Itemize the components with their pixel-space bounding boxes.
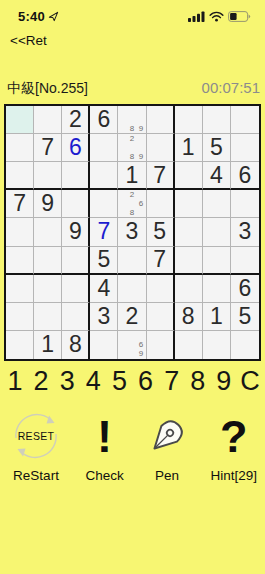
question-icon: ? bbox=[220, 414, 248, 459]
key-5[interactable]: 5 bbox=[106, 361, 132, 401]
status-time: 5:40 bbox=[18, 9, 45, 24]
cell-r2c3[interactable]: 6 bbox=[62, 134, 90, 162]
cell-r5c9[interactable]: 3 bbox=[231, 218, 259, 246]
cell-r6c8[interactable] bbox=[203, 247, 231, 275]
cell-r4c4[interactable] bbox=[90, 190, 118, 218]
cell-r9c8[interactable] bbox=[203, 331, 231, 359]
cell-r8c8[interactable]: 1 bbox=[203, 303, 231, 331]
cell-r5c3[interactable]: 9 bbox=[62, 218, 90, 246]
key-6[interactable]: 6 bbox=[133, 361, 159, 401]
toolbar: RESET ReStart ! Check Pen ? Hint[29] bbox=[8, 407, 257, 491]
user-digit: 7 bbox=[97, 220, 110, 243]
cell-r9c1[interactable] bbox=[6, 331, 34, 359]
cell-r1c6[interactable] bbox=[147, 106, 175, 134]
cell-r7c7[interactable] bbox=[175, 275, 203, 303]
pen-label: Pen bbox=[155, 468, 179, 483]
check-label: Check bbox=[85, 468, 123, 483]
given-digit: 8 bbox=[182, 305, 195, 328]
cell-r6c2[interactable] bbox=[34, 247, 62, 275]
cell-r6c4[interactable]: 5 bbox=[90, 247, 118, 275]
given-digit: 5 bbox=[97, 248, 110, 271]
given-digit: 6 bbox=[97, 108, 110, 131]
cell-r8c2[interactable] bbox=[34, 303, 62, 331]
given-digit: 5 bbox=[239, 305, 252, 328]
cell-r8c3[interactable] bbox=[62, 303, 90, 331]
cell-r6c7[interactable] bbox=[175, 247, 203, 275]
cell-r6c5[interactable] bbox=[118, 247, 146, 275]
cell-r7c5[interactable] bbox=[118, 275, 146, 303]
cell-r1c9[interactable] bbox=[231, 106, 259, 134]
given-digit: 9 bbox=[41, 192, 54, 215]
given-digit: 4 bbox=[97, 277, 110, 300]
cell-r3c4[interactable] bbox=[90, 162, 118, 190]
cell-r2c6[interactable] bbox=[147, 134, 175, 162]
cell-r5c7[interactable] bbox=[175, 218, 203, 246]
cell-r9c5[interactable]: 69 bbox=[118, 331, 146, 359]
exclamation-icon: ! bbox=[97, 414, 112, 459]
cell-r7c1[interactable] bbox=[6, 275, 34, 303]
cell-r2c7[interactable]: 1 bbox=[175, 134, 203, 162]
cell-r2c1[interactable] bbox=[6, 134, 34, 162]
given-digit: 7 bbox=[153, 164, 166, 187]
cell-r4c8[interactable] bbox=[203, 190, 231, 218]
cell-r1c1[interactable] bbox=[6, 106, 34, 134]
cell-r1c3[interactable]: 2 bbox=[62, 106, 90, 134]
given-digit: 2 bbox=[69, 108, 82, 131]
cell-r6c1[interactable] bbox=[6, 247, 34, 275]
timer: 00:07:51 bbox=[202, 79, 260, 96]
cellular-signal-icon bbox=[188, 11, 205, 22]
key-2[interactable]: 2 bbox=[28, 361, 54, 401]
pencil-marks: 268 bbox=[118, 190, 145, 217]
cell-r3c2[interactable] bbox=[34, 162, 62, 190]
check-button[interactable]: ! Check bbox=[85, 407, 123, 491]
cell-r7c9[interactable]: 6 bbox=[231, 275, 259, 303]
given-digit: 1 bbox=[41, 333, 54, 356]
cell-r2c4[interactable] bbox=[90, 134, 118, 162]
cell-r5c8[interactable] bbox=[203, 218, 231, 246]
given-digit: 6 bbox=[239, 164, 252, 187]
pen-button[interactable]: Pen bbox=[145, 407, 189, 491]
cell-r7c6[interactable] bbox=[147, 275, 175, 303]
cell-r2c8[interactable]: 5 bbox=[203, 134, 231, 162]
cell-r9c9[interactable] bbox=[231, 331, 259, 359]
cell-r1c5[interactable]: 89 bbox=[118, 106, 146, 134]
cell-r8c1[interactable] bbox=[6, 303, 34, 331]
cell-r8c4[interactable]: 3 bbox=[90, 303, 118, 331]
status-bar: 5:40 bbox=[0, 6, 265, 26]
cell-r2c5[interactable]: 289 bbox=[118, 134, 146, 162]
given-digit: 5 bbox=[210, 136, 223, 159]
header: 中級[No.255] 00:07:51 bbox=[7, 79, 260, 98]
cell-r1c8[interactable] bbox=[203, 106, 231, 134]
cell-r7c2[interactable] bbox=[34, 275, 62, 303]
cell-r7c3[interactable] bbox=[62, 275, 90, 303]
given-digit: 3 bbox=[97, 305, 110, 328]
cell-r9c4[interactable] bbox=[90, 331, 118, 359]
cell-r1c7[interactable] bbox=[175, 106, 203, 134]
cell-r6c6[interactable]: 7 bbox=[147, 247, 175, 275]
location-arrow-icon bbox=[48, 11, 59, 22]
puzzle-title: 中級[No.255] bbox=[7, 80, 88, 98]
given-digit: 7 bbox=[13, 192, 26, 215]
cell-r9c3[interactable]: 8 bbox=[62, 331, 90, 359]
cell-r9c2[interactable]: 1 bbox=[34, 331, 62, 359]
given-digit: 5 bbox=[153, 220, 166, 243]
cell-r5c6[interactable]: 5 bbox=[147, 218, 175, 246]
key-C[interactable]: C bbox=[237, 361, 263, 401]
cell-r3c3[interactable] bbox=[62, 162, 90, 190]
cell-r4c9[interactable] bbox=[231, 190, 259, 218]
cell-r8c7[interactable]: 8 bbox=[175, 303, 203, 331]
key-7[interactable]: 7 bbox=[159, 361, 185, 401]
hint-label: Hint[29] bbox=[210, 468, 257, 483]
cell-r8c6[interactable] bbox=[147, 303, 175, 331]
cell-r5c4[interactable]: 7 bbox=[90, 218, 118, 246]
sudoku-board: 26897628915174679268973535746328151869 bbox=[4, 104, 261, 361]
cell-r4c3[interactable] bbox=[62, 190, 90, 218]
cell-r8c5[interactable]: 2 bbox=[118, 303, 146, 331]
cell-r3c5[interactable]: 1 bbox=[118, 162, 146, 190]
cell-r1c2[interactable] bbox=[34, 106, 62, 134]
cell-r3c6[interactable]: 7 bbox=[147, 162, 175, 190]
cell-r7c4[interactable]: 4 bbox=[90, 275, 118, 303]
cell-r2c9[interactable] bbox=[231, 134, 259, 162]
key-4[interactable]: 4 bbox=[80, 361, 106, 401]
given-digit: 9 bbox=[69, 220, 82, 243]
restart-button[interactable]: RESET ReStart bbox=[8, 407, 64, 491]
cell-r5c5[interactable]: 3 bbox=[118, 218, 146, 246]
cell-r2c2[interactable]: 7 bbox=[34, 134, 62, 162]
cell-r5c1[interactable] bbox=[6, 218, 34, 246]
cell-r4c7[interactable] bbox=[175, 190, 203, 218]
key-1[interactable]: 1 bbox=[2, 361, 28, 401]
cell-r4c1[interactable]: 7 bbox=[6, 190, 34, 218]
cell-r9c6[interactable] bbox=[147, 331, 175, 359]
key-8[interactable]: 8 bbox=[185, 361, 211, 401]
cell-r4c5[interactable]: 268 bbox=[118, 190, 146, 218]
cell-r3c1[interactable] bbox=[6, 162, 34, 190]
pencil-marks: 289 bbox=[118, 134, 145, 161]
number-keypad: 123456789C bbox=[0, 361, 265, 401]
cell-r3c9[interactable]: 6 bbox=[231, 162, 259, 190]
cell-r4c2[interactable]: 9 bbox=[34, 190, 62, 218]
cell-r8c9[interactable]: 5 bbox=[231, 303, 259, 331]
given-digit: 4 bbox=[210, 164, 223, 187]
given-digit: 7 bbox=[153, 248, 166, 271]
user-digit: 6 bbox=[69, 136, 82, 159]
cell-r3c8[interactable]: 4 bbox=[203, 162, 231, 190]
given-digit: 2 bbox=[126, 305, 139, 328]
key-9[interactable]: 9 bbox=[211, 361, 237, 401]
battery-icon bbox=[228, 11, 251, 22]
pencil-marks: 89 bbox=[118, 106, 145, 133]
cell-r6c9[interactable] bbox=[231, 247, 259, 275]
pen-nib-icon bbox=[145, 414, 189, 458]
hint-button[interactable]: ? Hint[29] bbox=[210, 407, 257, 491]
pencil-marks: 69 bbox=[118, 331, 145, 359]
given-digit: 3 bbox=[239, 220, 252, 243]
key-3[interactable]: 3 bbox=[54, 361, 80, 401]
given-digit: 1 bbox=[210, 305, 223, 328]
cell-r6c3[interactable] bbox=[62, 247, 90, 275]
given-digit: 1 bbox=[126, 164, 139, 187]
given-digit: 7 bbox=[41, 136, 54, 159]
given-digit: 1 bbox=[182, 136, 195, 159]
cell-r3c7[interactable] bbox=[175, 162, 203, 190]
cell-r7c8[interactable] bbox=[203, 275, 231, 303]
reset-icon-text: RESET bbox=[8, 408, 64, 464]
cell-r5c2[interactable] bbox=[34, 218, 62, 246]
given-digit: 6 bbox=[239, 277, 252, 300]
cell-r1c4[interactable]: 6 bbox=[90, 106, 118, 134]
cell-r9c7[interactable] bbox=[175, 331, 203, 359]
given-digit: 3 bbox=[126, 220, 139, 243]
cell-r4c6[interactable] bbox=[147, 190, 175, 218]
given-digit: 8 bbox=[69, 333, 82, 356]
restart-label: ReStart bbox=[13, 468, 59, 483]
back-link[interactable]: <<Ret bbox=[10, 33, 47, 48]
wifi-icon bbox=[209, 11, 224, 22]
